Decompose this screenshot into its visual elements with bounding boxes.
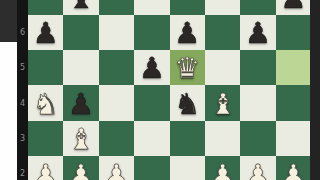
rank-coordinates-gutter: 765432 xyxy=(17,0,28,180)
square-b5[interactable] xyxy=(63,50,98,85)
square-b2[interactable]: ♟ xyxy=(63,156,98,180)
square-e6[interactable]: ♟ xyxy=(170,15,205,50)
white-pawn[interactable]: ♟ xyxy=(103,159,129,180)
white-pawn[interactable]: ♟ xyxy=(33,159,59,180)
square-a2[interactable]: ♟ xyxy=(28,156,63,180)
square-b7[interactable]: ♝ xyxy=(63,0,98,15)
video-frame: ♝♟♟♟♟♟♛♞♟♞♝♝♟♟♟♟♟♟ 765432 xyxy=(0,0,320,180)
square-c3[interactable] xyxy=(99,121,134,156)
rank-label-2: 2 xyxy=(17,170,28,178)
chess-board[interactable]: ♝♟♟♟♟♟♛♞♟♞♝♝♟♟♟♟♟♟ xyxy=(28,0,311,180)
square-h2[interactable]: ♟ xyxy=(276,156,311,180)
white-pawn[interactable]: ♟ xyxy=(210,159,236,180)
square-f6[interactable] xyxy=(205,15,240,50)
black-pawn[interactable]: ♟ xyxy=(33,17,59,50)
square-g6[interactable]: ♟ xyxy=(240,15,275,50)
square-e4[interactable]: ♞ xyxy=(170,85,205,120)
square-d6[interactable] xyxy=(134,15,169,50)
white-pawn[interactable]: ♟ xyxy=(280,159,306,180)
square-b6[interactable] xyxy=(63,15,98,50)
square-f2[interactable]: ♟ xyxy=(205,156,240,180)
white-bishop[interactable]: ♝ xyxy=(210,88,236,121)
square-e2[interactable] xyxy=(170,156,205,180)
black-pawn[interactable]: ♟ xyxy=(139,52,165,85)
square-c7[interactable] xyxy=(99,0,134,15)
square-d5[interactable]: ♟ xyxy=(134,50,169,85)
square-f3[interactable] xyxy=(205,121,240,156)
white-knight[interactable]: ♞ xyxy=(33,88,59,121)
black-knight[interactable]: ♞ xyxy=(174,88,200,121)
rank-label-3: 3 xyxy=(17,135,28,143)
app-background-left xyxy=(0,42,17,180)
rank-label-4: 4 xyxy=(17,100,28,108)
square-a3[interactable] xyxy=(28,121,63,156)
square-g5[interactable] xyxy=(240,50,275,85)
square-h6[interactable] xyxy=(276,15,311,50)
top-left-overlay-panel xyxy=(0,0,17,42)
square-c4[interactable] xyxy=(99,85,134,120)
square-b3[interactable]: ♝ xyxy=(63,121,98,156)
rank-label-5: 5 xyxy=(17,64,28,72)
white-queen[interactable]: ♛ xyxy=(174,52,200,85)
square-f7[interactable] xyxy=(205,0,240,15)
square-g4[interactable] xyxy=(240,85,275,120)
square-h7[interactable]: ♟ xyxy=(276,0,311,15)
square-a5[interactable] xyxy=(28,50,63,85)
white-pawn[interactable]: ♟ xyxy=(245,159,271,180)
white-pawn[interactable]: ♟ xyxy=(68,159,94,180)
square-h3[interactable] xyxy=(276,121,311,156)
square-g2[interactable]: ♟ xyxy=(240,156,275,180)
black-bishop[interactable]: ♝ xyxy=(68,0,94,15)
square-d7[interactable] xyxy=(134,0,169,15)
square-a7[interactable] xyxy=(28,0,63,15)
square-c6[interactable] xyxy=(99,15,134,50)
square-c2[interactable]: ♟ xyxy=(99,156,134,180)
square-d3[interactable] xyxy=(134,121,169,156)
square-h5[interactable] xyxy=(276,50,311,85)
square-e5[interactable]: ♛ xyxy=(170,50,205,85)
black-pawn[interactable]: ♟ xyxy=(68,88,94,121)
square-b4[interactable]: ♟ xyxy=(63,85,98,120)
square-f4[interactable]: ♝ xyxy=(205,85,240,120)
square-h4[interactable] xyxy=(276,85,311,120)
right-sidebar xyxy=(310,0,320,180)
black-pawn[interactable]: ♟ xyxy=(280,0,306,15)
square-g7[interactable] xyxy=(240,0,275,15)
white-bishop[interactable]: ♝ xyxy=(68,123,94,156)
square-e7[interactable] xyxy=(170,0,205,15)
rank-label-6: 6 xyxy=(17,29,28,37)
square-c5[interactable] xyxy=(99,50,134,85)
square-f5[interactable] xyxy=(205,50,240,85)
rank-label-7: 7 xyxy=(17,0,28,1)
square-g3[interactable] xyxy=(240,121,275,156)
black-pawn[interactable]: ♟ xyxy=(174,17,200,50)
square-d2[interactable] xyxy=(134,156,169,180)
square-a4[interactable]: ♞ xyxy=(28,85,63,120)
black-pawn[interactable]: ♟ xyxy=(245,17,271,50)
square-a6[interactable]: ♟ xyxy=(28,15,63,50)
square-d4[interactable] xyxy=(134,85,169,120)
square-e3[interactable] xyxy=(170,121,205,156)
